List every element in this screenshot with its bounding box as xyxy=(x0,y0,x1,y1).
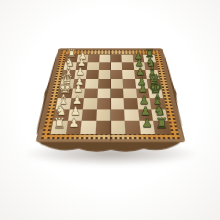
square-r2c5[interactable] xyxy=(111,62,123,70)
square-r1c5[interactable] xyxy=(111,55,122,63)
green-pawn[interactable]: ♟ xyxy=(142,118,153,130)
square-r8c6[interactable] xyxy=(125,121,141,134)
square-r3c3[interactable] xyxy=(86,70,99,79)
square-r5c5[interactable] xyxy=(111,88,124,98)
white-pawn[interactable]: ♟ xyxy=(68,118,79,130)
square-r3c4[interactable] xyxy=(98,70,110,79)
white-rook[interactable]: ♜ xyxy=(53,116,66,130)
square-r8c5[interactable] xyxy=(111,121,126,134)
square-r6c3[interactable] xyxy=(83,98,97,109)
square-r8c3[interactable] xyxy=(81,121,97,134)
square-r5c3[interactable] xyxy=(84,88,98,98)
square-r7c6[interactable] xyxy=(124,109,139,121)
square-r6c5[interactable] xyxy=(111,98,125,109)
square-r4c3[interactable] xyxy=(85,79,98,88)
square-r4c4[interactable] xyxy=(98,79,111,88)
square-r2c4[interactable] xyxy=(99,62,111,70)
square-r6c6[interactable] xyxy=(124,98,138,109)
square-r7c4[interactable] xyxy=(96,109,110,121)
square-r5c4[interactable] xyxy=(97,88,110,98)
white-pawn[interactable]: ♟ xyxy=(70,106,80,118)
square-r1c4[interactable] xyxy=(99,55,110,63)
chess-board xyxy=(25,47,196,154)
green-pawn[interactable]: ♟ xyxy=(140,106,150,118)
square-r7c5[interactable] xyxy=(111,109,125,121)
square-r4c6[interactable] xyxy=(123,79,136,88)
square-r2c6[interactable] xyxy=(122,62,134,70)
square-r2c3[interactable] xyxy=(87,62,99,70)
square-r8c4[interactable] xyxy=(96,121,111,134)
square-r3c5[interactable] xyxy=(111,70,123,79)
square-r1c6[interactable] xyxy=(121,55,133,63)
board-hinge-seam xyxy=(110,49,111,141)
square-r5c6[interactable] xyxy=(123,88,137,98)
square-r4c5[interactable] xyxy=(111,79,124,88)
green-rook[interactable]: ♜ xyxy=(155,116,168,130)
square-r7c3[interactable] xyxy=(82,109,97,121)
product-photo-scene: ♜♟♟♜♞♟♟♞♝♟♟♝♛♟♟♛♚♟♟♚♝♟♟♝♞♟♟♞♜♟♟♜ xyxy=(0,0,220,220)
square-r6c4[interactable] xyxy=(97,98,111,109)
square-r3c6[interactable] xyxy=(122,70,135,79)
square-r1c3[interactable] xyxy=(88,55,100,63)
